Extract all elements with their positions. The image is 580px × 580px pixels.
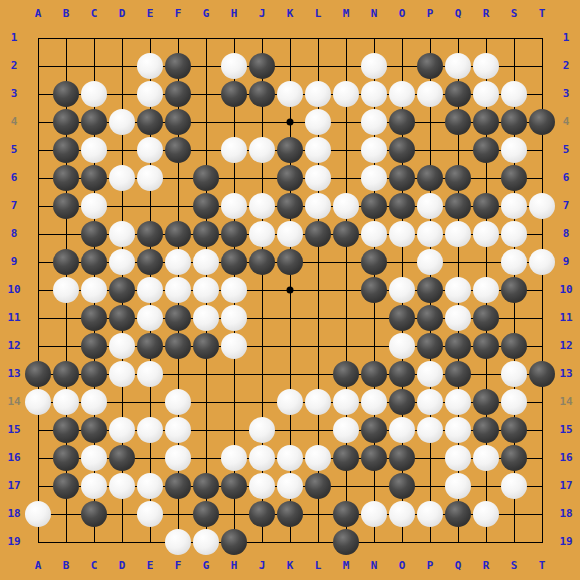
column-label-top: B xyxy=(63,8,70,20)
white-stone-E11[interactable] xyxy=(137,305,163,331)
white-stone-P9[interactable] xyxy=(417,249,443,275)
row-label-left: 8 xyxy=(11,228,18,240)
column-label-bottom: F xyxy=(175,560,182,572)
black-stone-R14[interactable] xyxy=(473,389,499,415)
black-stone-D11[interactable] xyxy=(109,305,135,331)
row-label-left: 12 xyxy=(7,340,20,352)
black-stone-H3[interactable] xyxy=(221,81,247,107)
column-label-top: Q xyxy=(455,8,462,20)
column-label-top: E xyxy=(147,8,154,20)
row-label-right: 10 xyxy=(559,284,572,296)
black-stone-K9[interactable] xyxy=(277,249,303,275)
column-label-bottom: C xyxy=(91,560,98,572)
white-stone-P3[interactable] xyxy=(417,81,443,107)
white-stone-Q8[interactable] xyxy=(445,221,471,247)
white-stone-D12[interactable] xyxy=(109,333,135,359)
row-label-right: 17 xyxy=(559,480,572,492)
black-stone-S4[interactable] xyxy=(501,109,527,135)
white-stone-C16[interactable] xyxy=(81,445,107,471)
black-stone-B9[interactable] xyxy=(53,249,79,275)
column-label-bottom: M xyxy=(343,560,350,572)
black-stone-N10[interactable] xyxy=(361,277,387,303)
white-stone-K14[interactable] xyxy=(277,389,303,415)
black-stone-P6[interactable] xyxy=(417,165,443,191)
row-label-left: 9 xyxy=(11,256,18,268)
white-stone-O15[interactable] xyxy=(389,417,415,443)
row-label-left: 5 xyxy=(11,144,18,156)
white-stone-F9[interactable] xyxy=(165,249,191,275)
row-label-left: 18 xyxy=(7,508,20,520)
white-stone-R10[interactable] xyxy=(473,277,499,303)
black-stone-H9[interactable] xyxy=(221,249,247,275)
column-label-top: A xyxy=(35,8,42,20)
row-label-right: 13 xyxy=(559,368,572,380)
black-stone-P11[interactable] xyxy=(417,305,443,331)
black-stone-G18[interactable] xyxy=(193,501,219,527)
white-stone-C10[interactable] xyxy=(81,277,107,303)
white-stone-R8[interactable] xyxy=(473,221,499,247)
white-stone-H2[interactable] xyxy=(221,53,247,79)
black-stone-E4[interactable] xyxy=(137,109,163,135)
black-stone-S6[interactable] xyxy=(501,165,527,191)
black-stone-C4[interactable] xyxy=(81,109,107,135)
row-label-left: 15 xyxy=(7,424,20,436)
row-label-right: 18 xyxy=(559,508,572,520)
column-label-bottom: T xyxy=(539,560,546,572)
white-stone-K16[interactable] xyxy=(277,445,303,471)
white-stone-E10[interactable] xyxy=(137,277,163,303)
column-label-bottom: G xyxy=(203,560,210,572)
black-stone-Q18[interactable] xyxy=(445,501,471,527)
white-stone-M7[interactable] xyxy=(333,193,359,219)
column-label-top: D xyxy=(119,8,126,20)
black-stone-B3[interactable] xyxy=(53,81,79,107)
white-stone-D13[interactable] xyxy=(109,361,135,387)
white-stone-A18[interactable] xyxy=(25,501,51,527)
column-label-top: T xyxy=(539,8,546,20)
black-stone-Q3[interactable] xyxy=(445,81,471,107)
white-stone-E5[interactable] xyxy=(137,137,163,163)
black-stone-P12[interactable] xyxy=(417,333,443,359)
black-stone-O17[interactable] xyxy=(389,473,415,499)
white-stone-R18[interactable] xyxy=(473,501,499,527)
white-stone-Q2[interactable] xyxy=(445,53,471,79)
white-stone-S5[interactable] xyxy=(501,137,527,163)
column-label-top: K xyxy=(287,8,294,20)
white-stone-K3[interactable] xyxy=(277,81,303,107)
row-label-right: 2 xyxy=(563,60,570,72)
black-stone-L8[interactable] xyxy=(305,221,331,247)
black-stone-B4[interactable] xyxy=(53,109,79,135)
white-stone-H7[interactable] xyxy=(221,193,247,219)
black-stone-B7[interactable] xyxy=(53,193,79,219)
white-stone-J7[interactable] xyxy=(249,193,275,219)
row-label-right: 7 xyxy=(563,200,570,212)
black-stone-C9[interactable] xyxy=(81,249,107,275)
white-stone-N6[interactable] xyxy=(361,165,387,191)
white-stone-S7[interactable] xyxy=(501,193,527,219)
white-stone-K17[interactable] xyxy=(277,473,303,499)
white-stone-F19[interactable] xyxy=(165,529,191,555)
black-stone-C8[interactable] xyxy=(81,221,107,247)
column-label-bottom: Q xyxy=(455,560,462,572)
white-stone-G19[interactable] xyxy=(193,529,219,555)
black-stone-F4[interactable] xyxy=(165,109,191,135)
black-stone-M13[interactable] xyxy=(333,361,359,387)
white-stone-E2[interactable] xyxy=(137,53,163,79)
black-stone-M18[interactable] xyxy=(333,501,359,527)
column-label-bottom: E xyxy=(147,560,154,572)
white-stone-H10[interactable] xyxy=(221,277,247,303)
white-stone-M14[interactable] xyxy=(333,389,359,415)
row-label-right: 11 xyxy=(559,312,572,324)
black-stone-O14[interactable] xyxy=(389,389,415,415)
white-stone-S17[interactable] xyxy=(501,473,527,499)
white-stone-N4[interactable] xyxy=(361,109,387,135)
white-stone-S9[interactable] xyxy=(501,249,527,275)
white-stone-N14[interactable] xyxy=(361,389,387,415)
black-stone-E12[interactable] xyxy=(137,333,163,359)
white-stone-N2[interactable] xyxy=(361,53,387,79)
white-stone-P15[interactable] xyxy=(417,417,443,443)
white-stone-Q11[interactable] xyxy=(445,305,471,331)
white-stone-J5[interactable] xyxy=(249,137,275,163)
row-label-right: 19 xyxy=(559,536,572,548)
white-stone-R3[interactable] xyxy=(473,81,499,107)
black-stone-O13[interactable] xyxy=(389,361,415,387)
white-stone-C7[interactable] xyxy=(81,193,107,219)
black-stone-G17[interactable] xyxy=(193,473,219,499)
row-label-left: 3 xyxy=(11,88,18,100)
white-stone-P13[interactable] xyxy=(417,361,443,387)
white-stone-K8[interactable] xyxy=(277,221,303,247)
column-label-top: L xyxy=(315,8,322,20)
black-stone-S12[interactable] xyxy=(501,333,527,359)
white-stone-Q10[interactable] xyxy=(445,277,471,303)
black-stone-P10[interactable] xyxy=(417,277,443,303)
black-stone-R4[interactable] xyxy=(473,109,499,135)
white-stone-O18[interactable] xyxy=(389,501,415,527)
white-stone-P18[interactable] xyxy=(417,501,443,527)
white-stone-P7[interactable] xyxy=(417,193,443,219)
go-board[interactable]: AABBCCDDEEFFGGHHJJKKLLMMNNOOPPQQRRSSTT11… xyxy=(0,0,580,580)
black-stone-O7[interactable] xyxy=(389,193,415,219)
white-stone-Q16[interactable] xyxy=(445,445,471,471)
black-stone-N13[interactable] xyxy=(361,361,387,387)
row-label-left: 7 xyxy=(11,200,18,212)
white-stone-O12[interactable] xyxy=(389,333,415,359)
white-stone-C17[interactable] xyxy=(81,473,107,499)
row-label-left: 19 xyxy=(7,536,20,548)
white-stone-E15[interactable] xyxy=(137,417,163,443)
black-stone-M16[interactable] xyxy=(333,445,359,471)
row-label-right: 8 xyxy=(563,228,570,240)
white-stone-H5[interactable] xyxy=(221,137,247,163)
star-point xyxy=(287,287,294,294)
column-label-bottom: O xyxy=(399,560,406,572)
row-label-left: 4 xyxy=(11,116,18,128)
white-stone-D6[interactable] xyxy=(109,165,135,191)
black-stone-K18[interactable] xyxy=(277,501,303,527)
white-stone-N5[interactable] xyxy=(361,137,387,163)
row-label-right: 15 xyxy=(559,424,572,436)
black-stone-Q12[interactable] xyxy=(445,333,471,359)
white-stone-G10[interactable] xyxy=(193,277,219,303)
column-label-bottom: R xyxy=(483,560,490,572)
black-stone-B17[interactable] xyxy=(53,473,79,499)
black-stone-Q13[interactable] xyxy=(445,361,471,387)
black-stone-J18[interactable] xyxy=(249,501,275,527)
black-stone-O5[interactable] xyxy=(389,137,415,163)
column-label-bottom: S xyxy=(511,560,518,572)
white-stone-B10[interactable] xyxy=(53,277,79,303)
column-label-top: F xyxy=(175,8,182,20)
row-label-left: 13 xyxy=(7,368,20,380)
black-stone-B16[interactable] xyxy=(53,445,79,471)
black-stone-F11[interactable] xyxy=(165,305,191,331)
black-stone-F5[interactable] xyxy=(165,137,191,163)
white-stone-J17[interactable] xyxy=(249,473,275,499)
white-stone-F15[interactable] xyxy=(165,417,191,443)
black-stone-T4[interactable] xyxy=(529,109,555,135)
white-stone-J15[interactable] xyxy=(249,417,275,443)
black-stone-N16[interactable] xyxy=(361,445,387,471)
white-stone-J16[interactable] xyxy=(249,445,275,471)
black-stone-B13[interactable] xyxy=(53,361,79,387)
column-label-bottom: D xyxy=(119,560,126,572)
white-stone-E18[interactable] xyxy=(137,501,163,527)
row-label-left: 11 xyxy=(7,312,20,324)
column-label-top: G xyxy=(203,8,210,20)
white-stone-T9[interactable] xyxy=(529,249,555,275)
black-stone-O6[interactable] xyxy=(389,165,415,191)
row-label-left: 17 xyxy=(7,480,20,492)
row-label-right: 1 xyxy=(563,32,570,44)
black-stone-R7[interactable] xyxy=(473,193,499,219)
white-stone-S13[interactable] xyxy=(501,361,527,387)
white-stone-A14[interactable] xyxy=(25,389,51,415)
black-stone-N7[interactable] xyxy=(361,193,387,219)
black-stone-Q4[interactable] xyxy=(445,109,471,135)
white-stone-S8[interactable] xyxy=(501,221,527,247)
white-stone-B14[interactable] xyxy=(53,389,79,415)
black-stone-G8[interactable] xyxy=(193,221,219,247)
white-stone-N8[interactable] xyxy=(361,221,387,247)
black-stone-S15[interactable] xyxy=(501,417,527,443)
white-stone-L5[interactable] xyxy=(305,137,331,163)
white-stone-H16[interactable] xyxy=(221,445,247,471)
black-stone-H8[interactable] xyxy=(221,221,247,247)
black-stone-A13[interactable] xyxy=(25,361,51,387)
black-stone-F17[interactable] xyxy=(165,473,191,499)
column-label-top: S xyxy=(511,8,518,20)
row-label-left: 16 xyxy=(7,452,20,464)
black-stone-D16[interactable] xyxy=(109,445,135,471)
white-stone-F14[interactable] xyxy=(165,389,191,415)
row-label-right: 6 xyxy=(563,172,570,184)
white-stone-P14[interactable] xyxy=(417,389,443,415)
black-stone-B6[interactable] xyxy=(53,165,79,191)
black-stone-J3[interactable] xyxy=(249,81,275,107)
black-stone-H17[interactable] xyxy=(221,473,247,499)
black-stone-O11[interactable] xyxy=(389,305,415,331)
white-stone-T7[interactable] xyxy=(529,193,555,219)
black-stone-E8[interactable] xyxy=(137,221,163,247)
white-stone-D4[interactable] xyxy=(109,109,135,135)
white-stone-D8[interactable] xyxy=(109,221,135,247)
black-stone-C18[interactable] xyxy=(81,501,107,527)
white-stone-M15[interactable] xyxy=(333,417,359,443)
black-stone-N9[interactable] xyxy=(361,249,387,275)
column-label-bottom: N xyxy=(371,560,378,572)
column-label-top: O xyxy=(399,8,406,20)
column-label-top: M xyxy=(343,8,350,20)
column-label-bottom: L xyxy=(315,560,322,572)
column-label-bottom: A xyxy=(35,560,42,572)
black-stone-O16[interactable] xyxy=(389,445,415,471)
black-stone-Q6[interactable] xyxy=(445,165,471,191)
white-stone-O3[interactable] xyxy=(389,81,415,107)
white-stone-H12[interactable] xyxy=(221,333,247,359)
row-label-left: 10 xyxy=(7,284,20,296)
black-stone-F2[interactable] xyxy=(165,53,191,79)
column-label-bottom: H xyxy=(231,560,238,572)
white-stone-O8[interactable] xyxy=(389,221,415,247)
white-stone-E6[interactable] xyxy=(137,165,163,191)
row-label-right: 12 xyxy=(559,340,572,352)
column-label-bottom: P xyxy=(427,560,434,572)
row-label-right: 16 xyxy=(559,452,572,464)
row-label-left: 2 xyxy=(11,60,18,72)
column-label-top: R xyxy=(483,8,490,20)
column-label-bottom: B xyxy=(63,560,70,572)
row-label-left: 6 xyxy=(11,172,18,184)
white-stone-R16[interactable] xyxy=(473,445,499,471)
row-label-right: 3 xyxy=(563,88,570,100)
black-stone-C12[interactable] xyxy=(81,333,107,359)
white-stone-Q17[interactable] xyxy=(445,473,471,499)
white-stone-P8[interactable] xyxy=(417,221,443,247)
black-stone-G12[interactable] xyxy=(193,333,219,359)
black-stone-R15[interactable] xyxy=(473,417,499,443)
black-stone-F3[interactable] xyxy=(165,81,191,107)
white-stone-C14[interactable] xyxy=(81,389,107,415)
white-stone-H11[interactable] xyxy=(221,305,247,331)
white-stone-Q15[interactable] xyxy=(445,417,471,443)
white-stone-L14[interactable] xyxy=(305,389,331,415)
row-label-left: 1 xyxy=(11,32,18,44)
row-label-right: 14 xyxy=(559,396,572,408)
white-stone-L7[interactable] xyxy=(305,193,331,219)
column-label-bottom: K xyxy=(287,560,294,572)
black-stone-C15[interactable] xyxy=(81,417,107,443)
white-stone-L4[interactable] xyxy=(305,109,331,135)
white-stone-D9[interactable] xyxy=(109,249,135,275)
white-stone-L6[interactable] xyxy=(305,165,331,191)
black-stone-R11[interactable] xyxy=(473,305,499,331)
black-stone-J9[interactable] xyxy=(249,249,275,275)
black-stone-T13[interactable] xyxy=(529,361,555,387)
black-stone-J2[interactable] xyxy=(249,53,275,79)
white-stone-R2[interactable] xyxy=(473,53,499,79)
black-stone-M8[interactable] xyxy=(333,221,359,247)
white-stone-E3[interactable] xyxy=(137,81,163,107)
black-stone-K7[interactable] xyxy=(277,193,303,219)
black-stone-E9[interactable] xyxy=(137,249,163,275)
white-stone-O10[interactable] xyxy=(389,277,415,303)
black-stone-K6[interactable] xyxy=(277,165,303,191)
row-label-left: 14 xyxy=(7,396,20,408)
black-stone-M19[interactable] xyxy=(333,529,359,555)
black-stone-K5[interactable] xyxy=(277,137,303,163)
black-stone-G7[interactable] xyxy=(193,193,219,219)
white-stone-Q14[interactable] xyxy=(445,389,471,415)
black-stone-B5[interactable] xyxy=(53,137,79,163)
white-stone-L3[interactable] xyxy=(305,81,331,107)
white-stone-N18[interactable] xyxy=(361,501,387,527)
column-label-top: N xyxy=(371,8,378,20)
white-stone-D15[interactable] xyxy=(109,417,135,443)
black-stone-L17[interactable] xyxy=(305,473,331,499)
column-label-top: P xyxy=(427,8,434,20)
white-stone-N3[interactable] xyxy=(361,81,387,107)
column-label-top: H xyxy=(231,8,238,20)
black-stone-O4[interactable] xyxy=(389,109,415,135)
column-label-bottom: J xyxy=(259,560,266,572)
white-stone-G11[interactable] xyxy=(193,305,219,331)
black-stone-C6[interactable] xyxy=(81,165,107,191)
white-stone-E13[interactable] xyxy=(137,361,163,387)
column-label-top: J xyxy=(259,8,266,20)
row-label-right: 4 xyxy=(563,116,570,128)
black-stone-H19[interactable] xyxy=(221,529,247,555)
white-stone-J8[interactable] xyxy=(249,221,275,247)
black-stone-B15[interactable] xyxy=(53,417,79,443)
black-stone-N15[interactable] xyxy=(361,417,387,443)
white-stone-G9[interactable] xyxy=(193,249,219,275)
black-stone-R12[interactable] xyxy=(473,333,499,359)
white-stone-M3[interactable] xyxy=(333,81,359,107)
grid-line-horizontal xyxy=(38,542,543,543)
star-point xyxy=(287,119,294,126)
black-stone-D10[interactable] xyxy=(109,277,135,303)
column-label-top: C xyxy=(91,8,98,20)
white-stone-E17[interactable] xyxy=(137,473,163,499)
black-stone-F12[interactable] xyxy=(165,333,191,359)
black-stone-S10[interactable] xyxy=(501,277,527,303)
white-stone-S3[interactable] xyxy=(501,81,527,107)
black-stone-R5[interactable] xyxy=(473,137,499,163)
white-stone-C5[interactable] xyxy=(81,137,107,163)
black-stone-C13[interactable] xyxy=(81,361,107,387)
row-label-right: 9 xyxy=(563,256,570,268)
black-stone-P2[interactable] xyxy=(417,53,443,79)
white-stone-F16[interactable] xyxy=(165,445,191,471)
black-stone-F8[interactable] xyxy=(165,221,191,247)
white-stone-D17[interactable] xyxy=(109,473,135,499)
row-label-right: 5 xyxy=(563,144,570,156)
black-stone-G6[interactable] xyxy=(193,165,219,191)
white-stone-F10[interactable] xyxy=(165,277,191,303)
white-stone-C3[interactable] xyxy=(81,81,107,107)
black-stone-C11[interactable] xyxy=(81,305,107,331)
white-stone-S14[interactable] xyxy=(501,389,527,415)
white-stone-L16[interactable] xyxy=(305,445,331,471)
black-stone-Q7[interactable] xyxy=(445,193,471,219)
black-stone-S16[interactable] xyxy=(501,445,527,471)
